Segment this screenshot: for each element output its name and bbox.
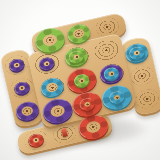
tray-well <box>37 29 63 52</box>
peg-red[interactable] <box>61 128 68 137</box>
ring-purple-small[interactable] <box>13 80 31 95</box>
tray-well <box>80 116 106 139</box>
tray-well <box>14 100 40 123</box>
board-well <box>42 97 74 125</box>
board-cell <box>99 82 134 113</box>
ring-purple-medium[interactable] <box>14 100 40 123</box>
photo-background <box>0 0 160 160</box>
tray-well <box>23 129 49 152</box>
board-well <box>71 90 103 118</box>
tray-well <box>134 87 160 110</box>
ring-purple-large[interactable] <box>41 96 75 126</box>
ring-purple-small[interactable] <box>8 57 26 72</box>
tray-well <box>9 77 35 100</box>
ring-red-small[interactable] <box>27 133 45 148</box>
tray-well <box>4 54 30 77</box>
board-well <box>101 84 133 112</box>
tray-well <box>129 64 155 87</box>
ring-teal-blue-medium[interactable] <box>39 76 65 99</box>
ring-purple-small[interactable] <box>38 56 56 71</box>
tray-well <box>124 42 150 65</box>
